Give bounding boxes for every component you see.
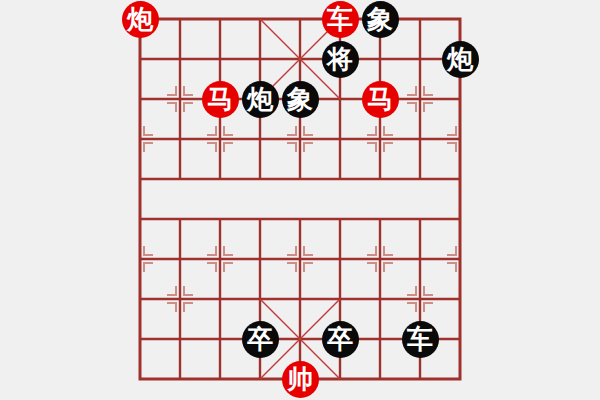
board-pieces-layer: 炮车象将炮马炮象马卒卒车帅 bbox=[120, 0, 480, 399]
piece-black-cannon[interactable]: 炮 bbox=[442, 41, 479, 78]
piece-red-horse[interactable]: 马 bbox=[202, 81, 239, 118]
piece-black-elephant[interactable]: 象 bbox=[362, 1, 399, 38]
piece-red-chariot[interactable]: 车 bbox=[322, 1, 359, 38]
piece-red-general[interactable]: 帅 bbox=[282, 361, 319, 398]
piece-red-cannon[interactable]: 炮 bbox=[122, 1, 159, 38]
piece-black-cannon[interactable]: 炮 bbox=[242, 81, 279, 118]
piece-black-general[interactable]: 将 bbox=[322, 41, 359, 78]
piece-red-horse[interactable]: 马 bbox=[362, 81, 399, 118]
piece-black-elephant[interactable]: 象 bbox=[282, 81, 319, 118]
piece-black-soldier[interactable]: 卒 bbox=[322, 321, 359, 358]
xiangqi-board[interactable]: 炮车象将炮马炮象马卒卒车帅 bbox=[0, 0, 600, 400]
piece-black-chariot[interactable]: 车 bbox=[402, 321, 439, 358]
piece-black-soldier[interactable]: 卒 bbox=[242, 321, 279, 358]
